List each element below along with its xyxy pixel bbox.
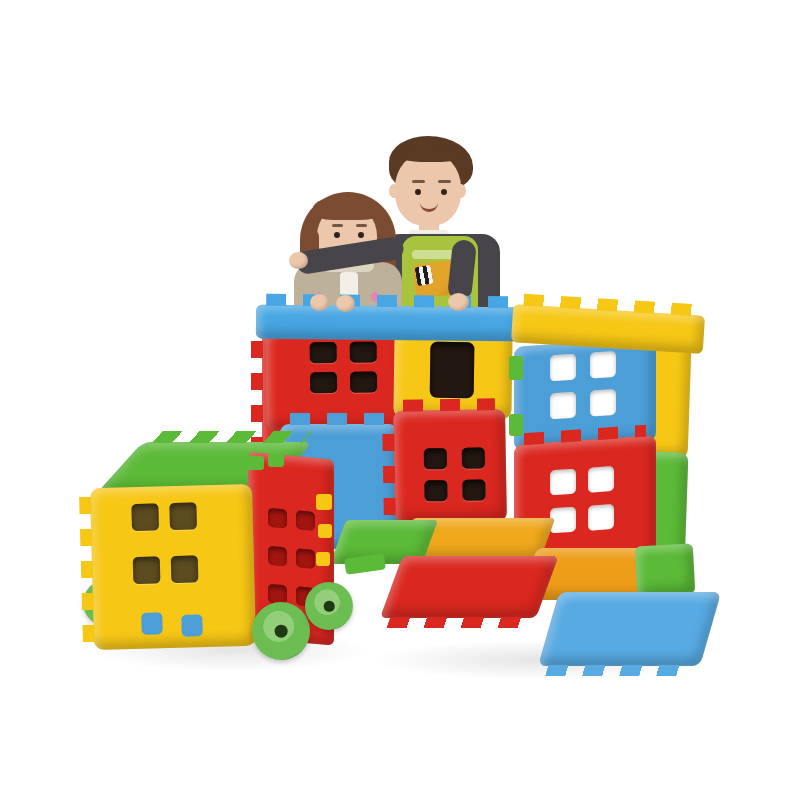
boy-fringe xyxy=(393,146,469,162)
girl-hand-on-roof xyxy=(310,294,329,311)
open-window xyxy=(588,504,614,531)
blue-bottom-notch xyxy=(141,612,163,635)
side-hole xyxy=(296,510,315,531)
boy-eyebrow xyxy=(412,180,425,183)
waffle-tab-strip xyxy=(403,398,495,412)
wagon-right-wheel xyxy=(305,582,353,630)
boy-ear xyxy=(389,184,399,198)
window-hole xyxy=(350,342,377,363)
waffle-tab-strip xyxy=(545,665,690,676)
open-window xyxy=(550,392,576,420)
girl-fringe xyxy=(313,196,381,220)
blue-floor-front xyxy=(538,592,721,666)
window-hole xyxy=(462,479,485,500)
window-hole xyxy=(424,480,447,501)
yellow-corner-knob xyxy=(316,552,330,566)
red-floor-front xyxy=(380,556,559,618)
side-hole xyxy=(268,508,287,529)
waffle-tab-strip xyxy=(523,294,695,316)
front-hole xyxy=(171,555,199,583)
window-hole xyxy=(430,342,475,399)
boy-eye xyxy=(415,189,421,195)
waffle-tab-strip xyxy=(386,617,526,628)
girl-hand-on-roof xyxy=(336,295,355,312)
window-hole xyxy=(424,448,447,469)
window-hole xyxy=(350,372,377,393)
boy-checker-flag xyxy=(414,265,433,286)
boy-face xyxy=(395,152,461,226)
open-window xyxy=(550,469,576,496)
window-hole xyxy=(310,372,337,393)
side-hole xyxy=(268,546,287,567)
front-hole xyxy=(131,503,159,531)
wagon-yellow-front-face xyxy=(90,484,256,650)
red-wall-inner xyxy=(393,409,507,523)
green-corner-knob xyxy=(246,456,264,470)
open-window xyxy=(590,389,616,417)
open-window xyxy=(588,466,614,493)
waffle-tab-strip xyxy=(382,419,396,515)
green-interlock-tab xyxy=(509,356,523,380)
girl-eyebrow xyxy=(356,224,367,227)
front-hole xyxy=(133,556,161,584)
yellow-corner-knob xyxy=(316,494,332,510)
girl-eye xyxy=(334,232,340,238)
green-interlock-tab xyxy=(509,414,523,436)
wagon-front-wheel xyxy=(252,602,310,660)
blue-roof-panel xyxy=(256,305,522,342)
boy-eye xyxy=(441,189,447,195)
boy-ear xyxy=(456,184,466,198)
open-window xyxy=(550,354,576,382)
green-corner-knob xyxy=(268,454,284,467)
window-hole xyxy=(462,447,485,468)
front-hole xyxy=(169,502,197,530)
waffle-tab-strip xyxy=(266,294,512,309)
yellow-corner-knob xyxy=(318,524,332,538)
green-floor-right xyxy=(635,544,696,597)
boy-hand-on-roof xyxy=(448,293,469,311)
girl-eye xyxy=(358,232,364,238)
boy-eyebrow xyxy=(438,180,451,183)
waffle-tab-strip xyxy=(290,413,388,425)
boy-hand-on-shoulder xyxy=(289,252,308,269)
blue-bottom-notch xyxy=(181,614,203,637)
side-hole xyxy=(296,548,315,569)
girl-eyebrow xyxy=(332,224,343,227)
open-window xyxy=(590,351,616,379)
waffle-tab-strip xyxy=(152,431,313,443)
product-photo-scene xyxy=(0,0,800,800)
window-hole xyxy=(310,342,337,363)
waffle-tab-strip xyxy=(79,496,95,642)
